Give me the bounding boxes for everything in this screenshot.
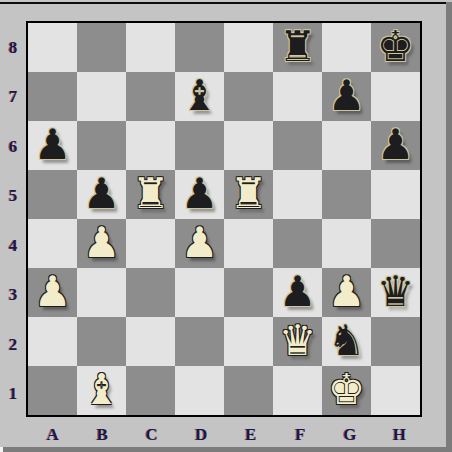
square-e7[interactable] — [224, 72, 273, 121]
rank-label-7: 7 — [0, 73, 26, 123]
square-e2[interactable] — [224, 317, 273, 366]
square-g3[interactable]: ♟ — [322, 268, 371, 317]
square-c7[interactable] — [126, 72, 175, 121]
square-b3[interactable] — [77, 268, 126, 317]
frame-corner-highlight — [0, 447, 3, 452]
square-g5[interactable] — [322, 170, 371, 219]
rank-label-1: 1 — [0, 370, 26, 420]
square-b6[interactable] — [77, 121, 126, 170]
black-queen-h3[interactable]: ♛ — [377, 271, 415, 313]
square-b5[interactable]: ♟ — [77, 170, 126, 219]
rank-label-6: 6 — [0, 122, 26, 172]
square-e5[interactable]: ♜ — [224, 170, 273, 219]
file-labels: ABCDEFGH — [28, 423, 424, 447]
black-pawn-g7[interactable]: ♟ — [328, 75, 366, 117]
square-h8[interactable]: ♚ — [371, 23, 420, 72]
square-h7[interactable] — [371, 72, 420, 121]
file-label-a: A — [28, 423, 78, 447]
square-h6[interactable]: ♟ — [371, 121, 420, 170]
square-a8[interactable] — [28, 23, 77, 72]
square-c2[interactable] — [126, 317, 175, 366]
square-g7[interactable]: ♟ — [322, 72, 371, 121]
file-label-h: H — [375, 423, 425, 447]
file-label-g: G — [325, 423, 375, 447]
rank-label-4: 4 — [0, 221, 26, 271]
square-e8[interactable] — [224, 23, 273, 72]
square-a1[interactable] — [28, 366, 77, 415]
square-h1[interactable] — [371, 366, 420, 415]
file-label-d: D — [177, 423, 227, 447]
black-pawn-a6[interactable]: ♟ — [34, 124, 72, 166]
square-d1[interactable] — [175, 366, 224, 415]
square-g1[interactable]: ♚ — [322, 366, 371, 415]
square-a5[interactable] — [28, 170, 77, 219]
square-g6[interactable] — [322, 121, 371, 170]
square-g8[interactable] — [322, 23, 371, 72]
black-pawn-f3[interactable]: ♟ — [279, 271, 317, 313]
square-f5[interactable] — [273, 170, 322, 219]
file-label-b: B — [78, 423, 128, 447]
square-b8[interactable] — [77, 23, 126, 72]
square-f8[interactable]: ♜ — [273, 23, 322, 72]
white-bishop-b1[interactable]: ♝ — [83, 369, 121, 411]
white-pawn-d4[interactable]: ♟ — [181, 222, 219, 264]
white-pawn-b4[interactable]: ♟ — [83, 222, 121, 264]
square-e1[interactable] — [224, 366, 273, 415]
frame-right-shadow — [446, 2, 452, 452]
white-king-g1[interactable]: ♚ — [328, 369, 366, 411]
chess-board: ♜♚♝♟♟♟♟♜♟♜♟♟♟♟♟♛♛♞♝♚ — [26, 21, 422, 417]
square-a3[interactable]: ♟ — [28, 268, 77, 317]
white-pawn-g3[interactable]: ♟ — [328, 271, 366, 313]
square-a7[interactable] — [28, 72, 77, 121]
chess-diagram-window: { "game": "chess", "position": { "fen": … — [0, 0, 452, 452]
square-c8[interactable] — [126, 23, 175, 72]
black-knight-g2[interactable]: ♞ — [328, 320, 366, 362]
square-a2[interactable] — [28, 317, 77, 366]
black-pawn-d5[interactable]: ♟ — [181, 173, 219, 215]
square-e6[interactable] — [224, 121, 273, 170]
frame-bottom-shadow — [3, 447, 452, 452]
square-h2[interactable] — [371, 317, 420, 366]
square-b4[interactable]: ♟ — [77, 219, 126, 268]
square-b7[interactable] — [77, 72, 126, 121]
square-f3[interactable]: ♟ — [273, 268, 322, 317]
rank-label-3: 3 — [0, 271, 26, 321]
square-b2[interactable] — [77, 317, 126, 366]
square-a4[interactable] — [28, 219, 77, 268]
black-pawn-b5[interactable]: ♟ — [83, 173, 121, 215]
white-rook-c5[interactable]: ♜ — [132, 173, 170, 215]
square-d6[interactable] — [175, 121, 224, 170]
file-label-f: F — [276, 423, 326, 447]
white-rook-e5[interactable]: ♜ — [230, 173, 268, 215]
square-d8[interactable] — [175, 23, 224, 72]
square-h5[interactable] — [371, 170, 420, 219]
square-g2[interactable]: ♞ — [322, 317, 371, 366]
file-label-c: C — [127, 423, 177, 447]
black-pawn-h6[interactable]: ♟ — [377, 124, 415, 166]
square-d3[interactable] — [175, 268, 224, 317]
square-h3[interactable]: ♛ — [371, 268, 420, 317]
square-c1[interactable] — [126, 366, 175, 415]
black-king-h8[interactable]: ♚ — [377, 26, 415, 68]
square-f4[interactable] — [273, 219, 322, 268]
square-e3[interactable] — [224, 268, 273, 317]
square-f6[interactable] — [273, 121, 322, 170]
rank-labels: 87654321 — [0, 23, 26, 419]
square-d2[interactable] — [175, 317, 224, 366]
white-queen-f2[interactable]: ♛ — [279, 320, 317, 362]
square-e4[interactable] — [224, 219, 273, 268]
square-c5[interactable]: ♜ — [126, 170, 175, 219]
square-c3[interactable] — [126, 268, 175, 317]
black-bishop-d7[interactable]: ♝ — [181, 75, 219, 117]
square-d4[interactable]: ♟ — [175, 219, 224, 268]
rank-label-2: 2 — [0, 320, 26, 370]
square-g4[interactable] — [322, 219, 371, 268]
square-c4[interactable] — [126, 219, 175, 268]
square-b1[interactable]: ♝ — [77, 366, 126, 415]
white-pawn-a3[interactable]: ♟ — [34, 271, 72, 313]
frame-top-line — [0, 2, 449, 4]
square-f2[interactable]: ♛ — [273, 317, 322, 366]
square-d7[interactable]: ♝ — [175, 72, 224, 121]
square-d5[interactable]: ♟ — [175, 170, 224, 219]
black-rook-f8[interactable]: ♜ — [279, 26, 317, 68]
square-a6[interactable]: ♟ — [28, 121, 77, 170]
rank-label-5: 5 — [0, 172, 26, 222]
square-f7[interactable] — [273, 72, 322, 121]
rank-label-8: 8 — [0, 23, 26, 73]
square-h4[interactable] — [371, 219, 420, 268]
square-c6[interactable] — [126, 121, 175, 170]
square-f1[interactable] — [273, 366, 322, 415]
file-label-e: E — [226, 423, 276, 447]
